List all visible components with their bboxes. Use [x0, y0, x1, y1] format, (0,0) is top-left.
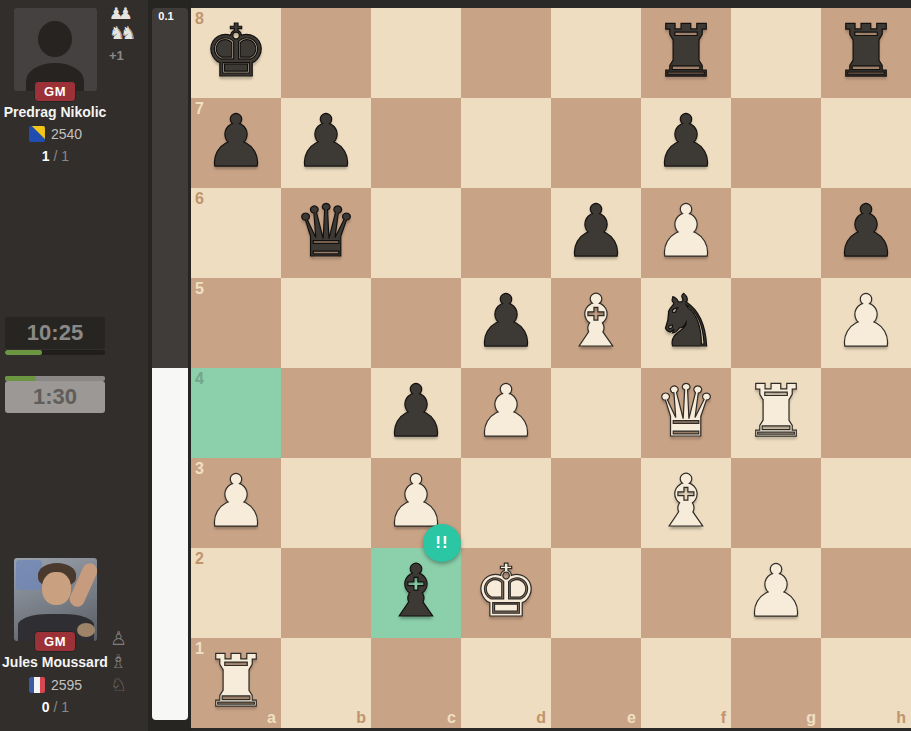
square-b6[interactable]: ♛ — [281, 188, 371, 278]
player-name-top[interactable]: Predrag Nikolic — [0, 104, 113, 120]
square-a8[interactable]: 8♚ — [191, 8, 281, 98]
piece-white-king-d2[interactable]: ♚ — [474, 555, 539, 627]
square-h8[interactable]: ♜ — [821, 8, 911, 98]
square-f1[interactable]: f — [641, 638, 731, 728]
piece-black-king-a8[interactable]: ♚ — [204, 15, 269, 87]
square-g4[interactable]: ♜ — [731, 368, 821, 458]
square-g5[interactable] — [731, 278, 821, 368]
file-label-d: d — [536, 710, 546, 726]
rank-label-7: 7 — [195, 101, 204, 117]
rating-top: 2540 — [51, 126, 82, 142]
players-sidebar: ♟♟ ♞♞ +1 GM Predrag Nikolic 2540 1 / 1 1… — [0, 0, 148, 731]
square-e8[interactable] — [551, 8, 641, 98]
piece-black-pawn-a7[interactable]: ♟ — [204, 105, 269, 177]
piece-black-rook-f8[interactable]: ♜ — [654, 15, 719, 87]
square-a1[interactable]: 1a♜ — [191, 638, 281, 728]
square-b3[interactable] — [281, 458, 371, 548]
square-b2[interactable] — [281, 548, 371, 638]
square-h2[interactable] — [821, 548, 911, 638]
file-label-a: a — [267, 710, 276, 726]
square-e6[interactable]: ♟ — [551, 188, 641, 278]
square-f4[interactable]: ♛ — [641, 368, 731, 458]
match-score-top: 1 / 1 — [0, 148, 111, 164]
file-label-e: e — [627, 710, 636, 726]
square-h1[interactable]: h — [821, 638, 911, 728]
file-label-b: b — [356, 710, 366, 726]
piece-black-rook-h8[interactable]: ♜ — [834, 15, 899, 87]
square-c5[interactable] — [371, 278, 461, 368]
clock-bottom-player: 1:30 — [5, 381, 105, 413]
square-e2[interactable] — [551, 548, 641, 638]
square-a4[interactable]: 4 — [191, 368, 281, 458]
square-a5[interactable]: 5 — [191, 278, 281, 368]
captured-knight-icon: ♘ — [110, 675, 140, 694]
piece-black-pawn-h6[interactable]: ♟ — [834, 195, 899, 267]
captured-pawn-icon: ♙ — [110, 629, 140, 648]
piece-black-bishop-c2[interactable]: ♝ — [384, 555, 449, 627]
square-a3[interactable]: 3♟ — [191, 458, 281, 548]
square-d5[interactable]: ♟ — [461, 278, 551, 368]
square-h6[interactable]: ♟ — [821, 188, 911, 278]
piece-black-pawn-f7[interactable]: ♟ — [654, 105, 719, 177]
square-a7[interactable]: 7♟ — [191, 98, 281, 188]
clock-top-player: 10:25 — [5, 317, 105, 349]
captured-knights-icon: ♞♞ — [109, 24, 147, 42]
square-h3[interactable] — [821, 458, 911, 548]
piece-white-pawn-h5[interactable]: ♟ — [834, 285, 899, 357]
square-c4[interactable]: ♟ — [371, 368, 461, 458]
square-d7[interactable] — [461, 98, 551, 188]
square-c8[interactable] — [371, 8, 461, 98]
title-badge-top: GM — [34, 81, 76, 102]
piece-black-queen-b6[interactable]: ♛ — [294, 195, 359, 267]
piece-black-pawn-d5[interactable]: ♟ — [474, 285, 539, 357]
rank-label-2: 2 — [195, 551, 204, 567]
square-d4[interactable]: ♟ — [461, 368, 551, 458]
square-a2[interactable]: 2 — [191, 548, 281, 638]
rank-label-5: 5 — [195, 281, 204, 297]
piece-white-pawn-f6[interactable]: ♟ — [654, 195, 719, 267]
title-badge-bottom: GM — [34, 631, 76, 652]
square-a6[interactable]: 6 — [191, 188, 281, 278]
file-label-c: c — [447, 710, 456, 726]
square-e3[interactable] — [551, 458, 641, 548]
evaluation-bar — [152, 8, 188, 720]
square-d6[interactable] — [461, 188, 551, 278]
square-e7[interactable] — [551, 98, 641, 188]
square-d2[interactable]: ♚ — [461, 548, 551, 638]
match-score-bottom: 0 / 1 — [0, 699, 111, 715]
evaluation-score: 0.1 — [148, 10, 184, 22]
square-c2[interactable]: ♝ — [371, 548, 461, 638]
file-label-f: f — [721, 710, 726, 726]
square-b8[interactable] — [281, 8, 371, 98]
square-b7[interactable]: ♟ — [281, 98, 371, 188]
avatar-top-player[interactable] — [14, 8, 97, 91]
rank-label-1: 1 — [195, 641, 204, 657]
piece-white-pawn-d4[interactable]: ♟ — [474, 375, 539, 447]
square-g8[interactable] — [731, 8, 821, 98]
square-c1[interactable]: c — [371, 638, 461, 728]
chess-board[interactable]: 8♚♜♜7♟♟♟6♛♟♟♟5♟♝♞♟4♟♟♛♜3♟♟♝2♝♚♟1a♜bcdefg… — [191, 8, 911, 728]
square-e1[interactable]: e — [551, 638, 641, 728]
square-f2[interactable] — [641, 548, 731, 638]
bosnia-flag-icon — [29, 126, 45, 142]
rank-label-4: 4 — [195, 371, 204, 387]
rank-label-6: 6 — [195, 191, 204, 207]
piece-white-bishop-e5[interactable]: ♝ — [564, 285, 629, 357]
square-c6[interactable] — [371, 188, 461, 278]
captured-pawns-icon: ♟♟ — [109, 6, 147, 22]
captured-pieces-top: ♟♟ ♞♞ +1 — [109, 6, 147, 62]
material-advantage: +1 — [109, 49, 147, 62]
square-f6[interactable]: ♟ — [641, 188, 731, 278]
square-g6[interactable] — [731, 188, 821, 278]
square-e4[interactable] — [551, 368, 641, 458]
square-h7[interactable] — [821, 98, 911, 188]
square-g3[interactable] — [731, 458, 821, 548]
square-d1[interactable]: d — [461, 638, 551, 728]
rank-label-3: 3 — [195, 461, 204, 477]
piece-white-queen-f4[interactable]: ♛ — [654, 375, 719, 447]
square-b4[interactable] — [281, 368, 371, 458]
square-d8[interactable] — [461, 8, 551, 98]
france-flag-icon — [29, 677, 45, 693]
square-h5[interactable]: ♟ — [821, 278, 911, 368]
square-f3[interactable]: ♝ — [641, 458, 731, 548]
square-g1[interactable]: g — [731, 638, 821, 728]
brilliant-move-badge: !! — [423, 524, 461, 562]
square-c7[interactable] — [371, 98, 461, 188]
file-label-h: h — [896, 710, 906, 726]
piece-black-pawn-b7[interactable]: ♟ — [294, 105, 359, 177]
file-label-g: g — [806, 710, 816, 726]
captured-pieces-bottom: ♙♗♘ — [110, 629, 140, 698]
square-g7[interactable] — [731, 98, 821, 188]
piece-black-pawn-c4[interactable]: ♟ — [384, 375, 449, 447]
evaluation-column: 0.1 — [148, 0, 191, 731]
avatar-placeholder-icon — [38, 21, 72, 57]
square-g2[interactable]: ♟ — [731, 548, 821, 638]
square-b1[interactable]: b — [281, 638, 371, 728]
rank-label-8: 8 — [195, 11, 204, 27]
square-b5[interactable] — [281, 278, 371, 368]
piece-black-knight-f5[interactable]: ♞ — [654, 285, 719, 357]
piece-white-bishop-f3[interactable]: ♝ — [654, 465, 719, 537]
square-f8[interactable]: ♜ — [641, 8, 731, 98]
square-d3[interactable] — [461, 458, 551, 548]
time-bar-top — [5, 350, 105, 355]
piece-white-rook-a1[interactable]: ♜ — [204, 645, 269, 717]
piece-white-rook-g4[interactable]: ♜ — [744, 375, 809, 447]
square-f5[interactable]: ♞ — [641, 278, 731, 368]
square-e5[interactable]: ♝ — [551, 278, 641, 368]
piece-white-pawn-a3[interactable]: ♟ — [204, 465, 269, 537]
piece-black-pawn-e6[interactable]: ♟ — [564, 195, 629, 267]
player-name-bottom[interactable]: Jules Moussard — [0, 654, 113, 670]
captured-bishop-icon: ♗ — [110, 652, 140, 671]
square-h4[interactable] — [821, 368, 911, 458]
square-f7[interactable]: ♟ — [641, 98, 731, 188]
piece-white-pawn-g2[interactable]: ♟ — [744, 555, 809, 627]
avatar-bottom-player[interactable] — [14, 558, 97, 641]
rating-bottom: 2595 — [51, 677, 82, 693]
